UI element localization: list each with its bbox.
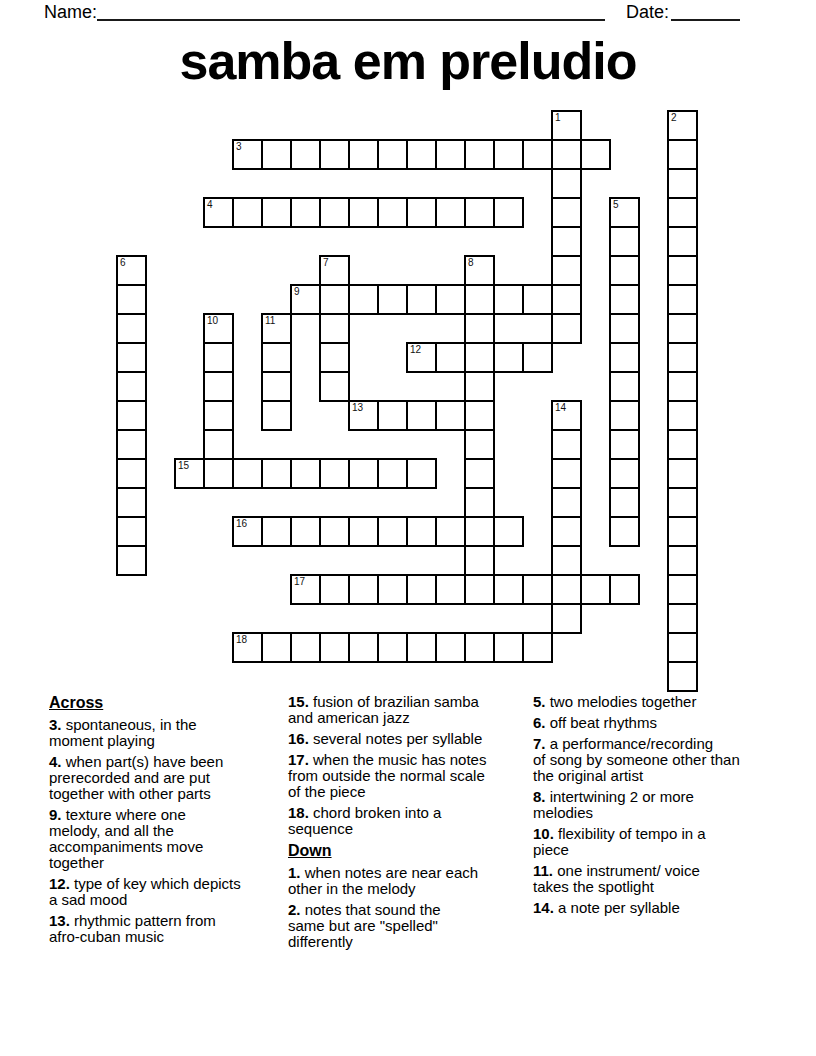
cell-r3c4[interactable] <box>232 197 263 228</box>
cell-r3c10[interactable] <box>406 197 437 228</box>
down-header: Down <box>288 842 530 859</box>
clue-number: 13. <box>49 912 70 929</box>
clue-down-1: 1. when notes are near each other in the… <box>288 865 530 897</box>
cell-r12c10[interactable] <box>406 458 437 489</box>
cell-number-9: 9 <box>294 286 300 297</box>
cell-r1c14[interactable] <box>522 139 553 170</box>
clue-number: 10. <box>533 825 554 842</box>
cell-r13c19[interactable] <box>667 487 698 518</box>
cell-r10c10[interactable] <box>406 400 437 431</box>
cell-r12c4[interactable] <box>232 458 263 489</box>
cell-r6c14[interactable] <box>522 284 553 315</box>
cell-r8c0[interactable] <box>116 342 147 373</box>
cell-r12c0[interactable] <box>116 458 147 489</box>
clue-text: fusion of brazilian samba and american j… <box>288 693 479 726</box>
cell-r11c19[interactable] <box>667 429 698 460</box>
cell-r6c15[interactable] <box>551 284 582 315</box>
clue-number: 3. <box>49 716 62 733</box>
clue-down-14: 14. a note per syllable <box>533 900 778 916</box>
clue-number: 14. <box>533 899 554 916</box>
cell-r13c17[interactable] <box>609 487 640 518</box>
cell-r18c14[interactable] <box>522 632 553 663</box>
cell-r16c9[interactable] <box>377 574 408 605</box>
cell-r1c10[interactable] <box>406 139 437 170</box>
cell-r9c5[interactable] <box>261 371 292 402</box>
name-label: Name: <box>44 2 97 23</box>
clue-number: 8. <box>533 788 546 805</box>
clue-text: a note per syllable <box>554 899 680 916</box>
cell-r12c12[interactable] <box>464 458 495 489</box>
cell-r8c5[interactable] <box>261 342 292 373</box>
cell-r18c13[interactable] <box>493 632 524 663</box>
cell-r13c0[interactable] <box>116 487 147 518</box>
clue-number: 1. <box>288 864 301 881</box>
cell-r3c17[interactable]: 5 <box>609 197 640 228</box>
cell-r5c15[interactable] <box>551 255 582 286</box>
cell-r11c3[interactable] <box>203 429 234 460</box>
cell-r14c15[interactable] <box>551 516 582 547</box>
cell-r9c0[interactable] <box>116 371 147 402</box>
clue-down-10: 10. flexibility of tempo in a piece <box>533 826 778 858</box>
cell-number-8: 8 <box>468 257 474 268</box>
clue-text: intertwining 2 or more melodies <box>533 788 694 821</box>
cell-r3c5[interactable] <box>261 197 292 228</box>
clue-number: 15. <box>288 693 309 710</box>
cell-r1c13[interactable] <box>493 139 524 170</box>
clue-number: 11. <box>533 862 553 879</box>
cell-r9c17[interactable] <box>609 371 640 402</box>
cell-r18c5[interactable] <box>261 632 292 663</box>
cell-number-1: 1 <box>555 112 561 123</box>
cell-r1c8[interactable] <box>348 139 379 170</box>
cell-r19c19[interactable] <box>667 661 698 692</box>
cell-number-17: 17 <box>294 576 305 587</box>
cell-r14c4[interactable]: 16 <box>232 516 263 547</box>
clue-column-left: Across3. spontaneous, in the moment play… <box>49 694 287 950</box>
cell-r10c19[interactable] <box>667 400 698 431</box>
clue-text: flexibility of tempo in a piece <box>533 825 706 858</box>
cell-r8c12[interactable] <box>464 342 495 373</box>
clue-across-18: 18. chord broken into a sequence <box>288 805 530 837</box>
cell-r8c10[interactable]: 12 <box>406 342 437 373</box>
clue-across-4: 4. when part(s) have been prerecorded an… <box>49 754 287 802</box>
cell-r1c15[interactable] <box>551 139 582 170</box>
clue-across-9: 9. texture where one melody, and all the… <box>49 807 287 871</box>
cell-r14c13[interactable] <box>493 516 524 547</box>
cell-r6c19[interactable] <box>667 284 698 315</box>
clue-number: 7. <box>533 735 546 752</box>
cell-r14c0[interactable] <box>116 516 147 547</box>
clue-down-7: 7. a performance/recording of song by so… <box>533 736 778 784</box>
cell-r12c15[interactable] <box>551 458 582 489</box>
cell-r1c5[interactable] <box>261 139 292 170</box>
cell-r16c6[interactable]: 17 <box>290 574 321 605</box>
cell-r12c7[interactable] <box>319 458 350 489</box>
cell-r14c8[interactable] <box>348 516 379 547</box>
cell-r3c12[interactable] <box>464 197 495 228</box>
cell-r6c17[interactable] <box>609 284 640 315</box>
clue-text: when part(s) have been prerecorded and a… <box>49 753 223 802</box>
clue-text: spontaneous, in the moment playing <box>49 716 197 749</box>
across-header: Across <box>49 694 287 711</box>
clue-text: notes that sound the same but are "spell… <box>288 901 441 950</box>
cell-r16c15[interactable] <box>551 574 582 605</box>
cell-r5c0[interactable]: 6 <box>116 255 147 286</box>
cell-number-14: 14 <box>555 402 566 413</box>
cell-r9c3[interactable] <box>203 371 234 402</box>
cell-r14c10[interactable] <box>406 516 437 547</box>
clue-number: 4. <box>49 753 62 770</box>
cell-r17c19[interactable] <box>667 603 698 634</box>
cell-r12c2[interactable]: 15 <box>174 458 205 489</box>
cell-r6c9[interactable] <box>377 284 408 315</box>
cell-r4c19[interactable] <box>667 226 698 257</box>
cell-r1c19[interactable] <box>667 139 698 170</box>
cell-r10c8[interactable]: 13 <box>348 400 379 431</box>
cell-r11c17[interactable] <box>609 429 640 460</box>
cell-r2c15[interactable] <box>551 168 582 199</box>
cell-r16c13[interactable] <box>493 574 524 605</box>
cell-r18c10[interactable] <box>406 632 437 663</box>
clue-text: when the music has notes from outside th… <box>288 751 486 800</box>
cell-number-11: 11 <box>265 315 275 326</box>
cell-number-6: 6 <box>120 257 126 268</box>
cell-r18c12[interactable] <box>464 632 495 663</box>
cell-number-15: 15 <box>178 460 189 471</box>
cell-r17c15[interactable] <box>551 603 582 634</box>
clue-text: when notes are near each other in the me… <box>288 864 478 897</box>
cell-r15c19[interactable] <box>667 545 698 576</box>
worksheet-page: Name: Date: samba em preludio 1234567891… <box>0 0 816 1056</box>
cell-r3c3[interactable]: 4 <box>203 197 234 228</box>
cell-number-3: 3 <box>236 141 242 152</box>
cell-r9c12[interactable] <box>464 371 495 402</box>
cell-r3c8[interactable] <box>348 197 379 228</box>
cell-r16c14[interactable] <box>522 574 553 605</box>
cell-r8c11[interactable] <box>435 342 466 373</box>
cell-r18c6[interactable] <box>290 632 321 663</box>
clue-across-12: 12. type of key which depicts a sad mood <box>49 876 287 908</box>
cell-r10c15[interactable]: 14 <box>551 400 582 431</box>
cell-r4c17[interactable] <box>609 226 640 257</box>
cell-r14c17[interactable] <box>609 516 640 547</box>
cell-number-18: 18 <box>236 634 247 645</box>
cell-r10c0[interactable] <box>116 400 147 431</box>
clue-number: 16. <box>288 730 309 747</box>
cell-r18c19[interactable] <box>667 632 698 663</box>
cell-number-5: 5 <box>613 199 619 210</box>
cell-r7c0[interactable] <box>116 313 147 344</box>
cell-r12c19[interactable] <box>667 458 698 489</box>
clue-column-right: 5. two melodies together6. off beat rhyt… <box>533 694 778 921</box>
cell-r5c17[interactable] <box>609 255 640 286</box>
clue-across-17: 17. when the music has notes from outsid… <box>288 752 530 800</box>
cell-r16c11[interactable] <box>435 574 466 605</box>
cell-r7c7[interactable] <box>319 313 350 344</box>
cell-r14c9[interactable] <box>377 516 408 547</box>
clue-text: rhythmic pattern from afro-cuban music <box>49 912 216 945</box>
cell-r8c19[interactable] <box>667 342 698 373</box>
cell-r3c6[interactable] <box>290 197 321 228</box>
clue-number: 5. <box>533 693 546 710</box>
cell-r10c12[interactable] <box>464 400 495 431</box>
clue-number: 9. <box>49 806 62 823</box>
cell-r14c19[interactable] <box>667 516 698 547</box>
cell-r18c11[interactable] <box>435 632 466 663</box>
cell-number-10: 10 <box>207 315 218 326</box>
cell-r10c11[interactable] <box>435 400 466 431</box>
cell-number-13: 13 <box>352 402 363 413</box>
clue-across-3: 3. spontaneous, in the moment playing <box>49 717 287 749</box>
cell-r8c3[interactable] <box>203 342 234 373</box>
cell-r10c17[interactable] <box>609 400 640 431</box>
cell-r3c15[interactable] <box>551 197 582 228</box>
cell-r16c17[interactable] <box>609 574 640 605</box>
cell-r3c9[interactable] <box>377 197 408 228</box>
cell-r14c6[interactable] <box>290 516 321 547</box>
cell-r15c0[interactable] <box>116 545 147 576</box>
cell-r3c7[interactable] <box>319 197 350 228</box>
cell-r6c12[interactable] <box>464 284 495 315</box>
cell-r18c4[interactable]: 18 <box>232 632 263 663</box>
clue-text: two melodies together <box>546 693 697 710</box>
cell-r16c10[interactable] <box>406 574 437 605</box>
clue-number: 2. <box>288 901 301 918</box>
clue-text: a performance/recording of song by someo… <box>533 735 740 784</box>
clue-down-5: 5. two melodies together <box>533 694 778 710</box>
cell-r16c7[interactable] <box>319 574 350 605</box>
cell-r10c9[interactable] <box>377 400 408 431</box>
clue-across-13: 13. rhythmic pattern from afro-cuban mus… <box>49 913 287 945</box>
cell-r6c13[interactable] <box>493 284 524 315</box>
cell-r7c12[interactable] <box>464 313 495 344</box>
cell-r7c15[interactable] <box>551 313 582 344</box>
clue-down-11: 11. one instrument/ voice takes the spot… <box>533 863 778 895</box>
puzzle-title: samba em preludio <box>0 33 816 90</box>
cell-r10c5[interactable] <box>261 400 292 431</box>
cell-r7c5[interactable]: 11 <box>261 313 292 344</box>
cell-r1c6[interactable] <box>290 139 321 170</box>
cell-r6c10[interactable] <box>406 284 437 315</box>
cell-r0c19[interactable]: 2 <box>667 110 698 141</box>
cell-r15c12[interactable] <box>464 545 495 576</box>
cell-r12c8[interactable] <box>348 458 379 489</box>
cell-r8c13[interactable] <box>493 342 524 373</box>
cell-r13c15[interactable] <box>551 487 582 518</box>
cell-number-4: 4 <box>207 199 213 210</box>
cell-r5c19[interactable] <box>667 255 698 286</box>
cell-r12c5[interactable] <box>261 458 292 489</box>
cell-r6c0[interactable] <box>116 284 147 315</box>
cell-r16c8[interactable] <box>348 574 379 605</box>
clue-text: texture where one melody, and all the ac… <box>49 806 203 871</box>
cell-r1c11[interactable] <box>435 139 466 170</box>
cell-r1c4[interactable]: 3 <box>232 139 263 170</box>
cell-r14c5[interactable] <box>261 516 292 547</box>
cell-r18c8[interactable] <box>348 632 379 663</box>
cell-r16c19[interactable] <box>667 574 698 605</box>
cell-r4c15[interactable] <box>551 226 582 257</box>
cell-r6c11[interactable] <box>435 284 466 315</box>
cell-number-12: 12 <box>410 344 421 355</box>
cell-r15c15[interactable] <box>551 545 582 576</box>
cell-r3c11[interactable] <box>435 197 466 228</box>
cell-r1c7[interactable] <box>319 139 350 170</box>
clue-text: chord broken into a sequence <box>288 804 441 837</box>
cell-r3c13[interactable] <box>493 197 524 228</box>
cell-r10c3[interactable] <box>203 400 234 431</box>
cell-r6c8[interactable] <box>348 284 379 315</box>
cell-number-2: 2 <box>671 112 677 123</box>
clue-down-8: 8. intertwining 2 or more melodies <box>533 789 778 821</box>
clue-column-middle: 15. fusion of brazilian samba and americ… <box>288 694 530 955</box>
cell-r12c17[interactable] <box>609 458 640 489</box>
cell-r1c16[interactable] <box>580 139 611 170</box>
cell-r11c0[interactable] <box>116 429 147 460</box>
clue-number: 18. <box>288 804 309 821</box>
cell-r0c15[interactable]: 1 <box>551 110 582 141</box>
cell-r8c17[interactable] <box>609 342 640 373</box>
cell-r5c12[interactable]: 8 <box>464 255 495 286</box>
cell-r9c19[interactable] <box>667 371 698 402</box>
date-blank-line[interactable] <box>671 19 740 21</box>
cell-r13c12[interactable] <box>464 487 495 518</box>
cell-r11c12[interactable] <box>464 429 495 460</box>
cell-number-16: 16 <box>236 518 247 529</box>
cell-r6c7[interactable] <box>319 284 350 315</box>
clue-number: 6. <box>533 714 546 731</box>
cell-r14c7[interactable] <box>319 516 350 547</box>
clue-number: 12. <box>49 875 70 892</box>
cell-r12c6[interactable] <box>290 458 321 489</box>
cell-r1c9[interactable] <box>377 139 408 170</box>
clue-text: several notes per syllable <box>309 730 482 747</box>
cell-r5c7[interactable]: 7 <box>319 255 350 286</box>
name-blank-line[interactable] <box>97 19 605 21</box>
cell-r6c6[interactable]: 9 <box>290 284 321 315</box>
cell-number-7: 7 <box>323 257 329 268</box>
clue-across-15: 15. fusion of brazilian samba and americ… <box>288 694 530 726</box>
crossword-grid[interactable]: 123456789101112131415161718 <box>116 110 699 693</box>
cell-r3c19[interactable] <box>667 197 698 228</box>
clue-text: off beat rhythms <box>546 714 657 731</box>
clue-down-2: 2. notes that sound the same but are "sp… <box>288 902 530 950</box>
cell-r18c9[interactable] <box>377 632 408 663</box>
date-label: Date: <box>626 2 669 23</box>
clue-across-16: 16. several notes per syllable <box>288 731 530 747</box>
cell-r7c17[interactable] <box>609 313 640 344</box>
cell-r7c3[interactable]: 10 <box>203 313 234 344</box>
cell-r7c19[interactable] <box>667 313 698 344</box>
cell-r16c16[interactable] <box>580 574 611 605</box>
cell-r12c9[interactable] <box>377 458 408 489</box>
cell-r14c11[interactable] <box>435 516 466 547</box>
cell-r18c7[interactable] <box>319 632 350 663</box>
cell-r8c14[interactable] <box>522 342 553 373</box>
cell-r16c12[interactable] <box>464 574 495 605</box>
clue-down-6: 6. off beat rhythms <box>533 715 778 731</box>
cell-r9c7[interactable] <box>319 371 350 402</box>
cell-r2c19[interactable] <box>667 168 698 199</box>
clue-text: type of key which depicts a sad mood <box>49 875 241 908</box>
cell-r11c15[interactable] <box>551 429 582 460</box>
clue-number: 17. <box>288 751 309 768</box>
cell-r14c12[interactable] <box>464 516 495 547</box>
clue-text: one instrument/ voice takes the spotligh… <box>533 862 700 895</box>
cell-r8c7[interactable] <box>319 342 350 373</box>
cell-r1c12[interactable] <box>464 139 495 170</box>
cell-r12c3[interactable] <box>203 458 234 489</box>
